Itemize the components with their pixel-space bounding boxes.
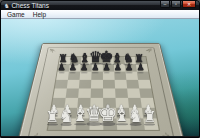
menu-item-game[interactable]: Game	[3, 11, 29, 18]
caption-buttons: – ▫ ✕	[160, 1, 196, 8]
square-f5[interactable]	[115, 80, 128, 89]
corner-flourish: ≫	[144, 47, 154, 53]
square-f4[interactable]	[115, 88, 128, 97]
square-c5[interactable]	[79, 80, 91, 89]
black-pawn-c7[interactable]: ♟	[80, 63, 88, 72]
square-e5[interactable]	[103, 80, 115, 89]
square-h5[interactable]	[138, 80, 151, 89]
square-c4[interactable]	[78, 88, 91, 97]
white-knight-g1[interactable]: ♞	[128, 108, 143, 125]
menubar: GameHelp	[1, 10, 199, 19]
black-pawn-b7[interactable]: ♟	[69, 63, 77, 72]
titlebar[interactable]: ♞ Chess Titans – ▫ ✕	[1, 1, 199, 10]
square-h4[interactable]	[139, 88, 153, 97]
black-pawn-g7[interactable]: ♟	[125, 63, 133, 72]
maximize-button[interactable]: ▫	[171, 1, 181, 8]
menu-item-help[interactable]: Help	[29, 11, 50, 18]
close-icon: ✕	[187, 2, 191, 7]
maximize-icon: ▫	[175, 2, 177, 7]
black-pawn-d7[interactable]: ♟	[91, 63, 99, 72]
black-pawn-h7[interactable]: ♟	[136, 63, 144, 72]
white-rook-a1[interactable]: ♜	[46, 110, 59, 125]
square-d4[interactable]	[91, 88, 103, 97]
square-d5[interactable]	[91, 80, 103, 89]
minimize-button[interactable]: –	[160, 1, 170, 8]
black-pawn-a7[interactable]: ♟	[57, 63, 65, 72]
window-title: Chess Titans	[11, 2, 49, 9]
square-b4[interactable]	[66, 88, 79, 97]
corner-flourish: ≫	[160, 131, 174, 136]
app-icon: ♞	[4, 3, 9, 9]
minimize-icon: –	[164, 2, 167, 7]
screen: ♞ Chess Titans – ▫ ✕ GameHelp ≫ ≫ ≫ ≫ ♜♞…	[0, 0, 200, 138]
square-b5[interactable]	[67, 80, 80, 89]
chess-titans-window: ♞ Chess Titans – ▫ ✕ GameHelp ≫ ≫ ≫ ≫ ♜♞…	[0, 0, 200, 138]
black-pawn-e7[interactable]: ♟	[103, 63, 111, 72]
corner-flourish: ≫	[48, 47, 58, 53]
corner-flourish: ≫	[28, 131, 42, 136]
white-rook-h1[interactable]: ♜	[143, 110, 156, 125]
square-e4[interactable]	[103, 88, 116, 97]
black-pawn-f7[interactable]: ♟	[114, 63, 122, 72]
game-area: ≫ ≫ ≫ ≫ ♜♞♝♛♚♝♞♜♟♟♟♟♟♟♟♟♟♟♟♟♟♟♟♟♜♞♝♛♚♝♞♜	[1, 19, 199, 136]
close-button[interactable]: ✕	[182, 1, 196, 8]
